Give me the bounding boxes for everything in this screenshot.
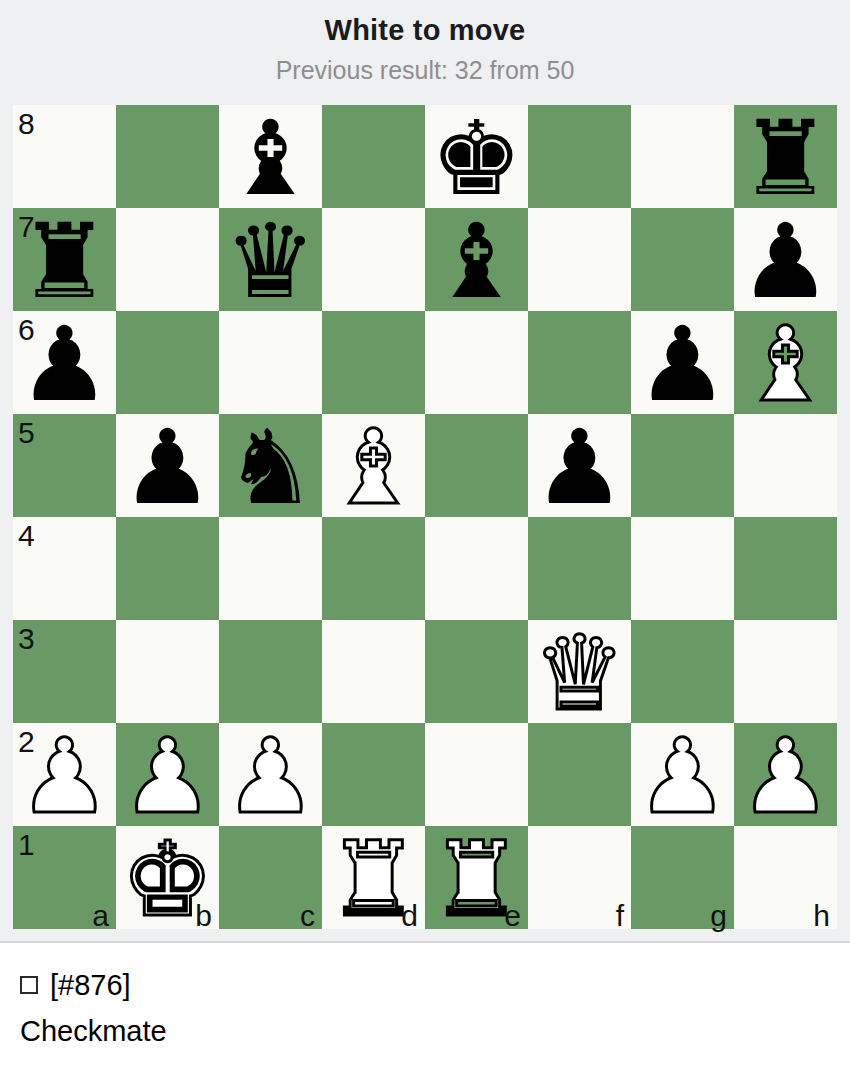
square-a6[interactable]: 6♟	[13, 311, 116, 414]
square-c5[interactable]: ♞	[219, 414, 322, 517]
square-c1[interactable]: c	[219, 826, 322, 929]
rank-label-4: 4	[18, 519, 35, 553]
square-c6[interactable]	[219, 311, 322, 414]
puzzle-number: [#876]	[50, 969, 131, 1002]
square-e4[interactable]	[425, 517, 528, 620]
square-b4[interactable]	[116, 517, 219, 620]
rank-label-1: 1	[18, 828, 35, 862]
piece-white-queen[interactable]: ♛	[528, 620, 631, 723]
task-line: [#876]	[20, 965, 850, 1005]
square-d1[interactable]: d♜	[322, 826, 425, 929]
file-label-f: f	[616, 899, 624, 933]
square-d8[interactable]	[322, 105, 425, 208]
piece-black-pawn[interactable]: ♟	[734, 208, 837, 311]
piece-black-knight[interactable]: ♞	[219, 414, 322, 517]
square-g3[interactable]	[631, 620, 734, 723]
chess-board: 8♝♚♜7♜♛♝♟6♟♟♝5♟♞♝♟43♛2♟♟♟♟♟1ab♚cd♜e♜fgh	[13, 105, 837, 929]
square-b8[interactable]	[116, 105, 219, 208]
square-e8[interactable]: ♚	[425, 105, 528, 208]
board-section: White to move Previous result: 32 from 5…	[0, 0, 850, 941]
square-f3[interactable]: ♛	[528, 620, 631, 723]
piece-black-bishop[interactable]: ♝	[219, 105, 322, 208]
square-f4[interactable]	[528, 517, 631, 620]
square-h1[interactable]: h	[734, 826, 837, 929]
square-e7[interactable]: ♝	[425, 208, 528, 311]
rank-label-3: 3	[18, 622, 35, 656]
square-d4[interactable]	[322, 517, 425, 620]
square-f2[interactable]	[528, 723, 631, 826]
square-g2[interactable]: ♟	[631, 723, 734, 826]
rank-label-7: 7	[18, 210, 35, 244]
square-d7[interactable]	[322, 208, 425, 311]
square-a7[interactable]: 7♜	[13, 208, 116, 311]
square-h5[interactable]	[734, 414, 837, 517]
square-f8[interactable]	[528, 105, 631, 208]
square-a8[interactable]: 8	[13, 105, 116, 208]
piece-white-pawn[interactable]: ♟	[734, 723, 837, 826]
piece-white-bishop[interactable]: ♝	[322, 414, 425, 517]
file-label-c: c	[300, 899, 315, 933]
square-a5[interactable]: 5	[13, 414, 116, 517]
piece-black-rook[interactable]: ♜	[734, 105, 837, 208]
square-h6[interactable]: ♝	[734, 311, 837, 414]
piece-white-pawn[interactable]: ♟	[219, 723, 322, 826]
square-d5[interactable]: ♝	[322, 414, 425, 517]
square-c2[interactable]: ♟	[219, 723, 322, 826]
square-g1[interactable]: g	[631, 826, 734, 929]
square-b2[interactable]: ♟	[116, 723, 219, 826]
file-label-b: b	[195, 899, 212, 933]
square-h3[interactable]	[734, 620, 837, 723]
page-title: White to move	[0, 14, 850, 47]
square-e6[interactable]	[425, 311, 528, 414]
piece-black-pawn[interactable]: ♟	[116, 414, 219, 517]
square-e3[interactable]	[425, 620, 528, 723]
square-c8[interactable]: ♝	[219, 105, 322, 208]
square-e1[interactable]: e♜	[425, 826, 528, 929]
rank-label-5: 5	[18, 416, 35, 450]
header: White to move Previous result: 32 from 5…	[0, 0, 850, 105]
square-h4[interactable]	[734, 517, 837, 620]
file-label-d: d	[401, 899, 418, 933]
rank-label-6: 6	[18, 313, 35, 347]
square-e5[interactable]	[425, 414, 528, 517]
square-b7[interactable]	[116, 208, 219, 311]
piece-white-bishop[interactable]: ♝	[734, 311, 837, 414]
piece-black-pawn[interactable]: ♟	[528, 414, 631, 517]
square-g7[interactable]	[631, 208, 734, 311]
square-g8[interactable]	[631, 105, 734, 208]
rank-label-2: 2	[18, 725, 35, 759]
square-g6[interactable]: ♟	[631, 311, 734, 414]
square-b5[interactable]: ♟	[116, 414, 219, 517]
square-f5[interactable]: ♟	[528, 414, 631, 517]
square-b6[interactable]	[116, 311, 219, 414]
square-b1[interactable]: b♚	[116, 826, 219, 929]
square-d6[interactable]	[322, 311, 425, 414]
piece-black-bishop[interactable]: ♝	[425, 208, 528, 311]
square-c7[interactable]: ♛	[219, 208, 322, 311]
square-d2[interactable]	[322, 723, 425, 826]
piece-white-pawn[interactable]: ♟	[116, 723, 219, 826]
square-f6[interactable]	[528, 311, 631, 414]
square-g4[interactable]	[631, 517, 734, 620]
piece-black-king[interactable]: ♚	[425, 105, 528, 208]
previous-result-text: Previous result: 32 from 50	[0, 56, 850, 85]
square-h8[interactable]: ♜	[734, 105, 837, 208]
file-label-g: g	[710, 899, 727, 933]
square-a4[interactable]: 4	[13, 517, 116, 620]
square-a2[interactable]: 2♟	[13, 723, 116, 826]
square-a1[interactable]: 1a	[13, 826, 116, 929]
file-label-a: a	[92, 899, 109, 933]
square-c3[interactable]	[219, 620, 322, 723]
square-a3[interactable]: 3	[13, 620, 116, 723]
square-b3[interactable]	[116, 620, 219, 723]
square-e2[interactable]	[425, 723, 528, 826]
square-c4[interactable]	[219, 517, 322, 620]
rank-label-8: 8	[18, 107, 35, 141]
footer: [#876] Checkmate	[0, 941, 850, 1077]
file-label-h: h	[813, 899, 830, 933]
piece-white-pawn[interactable]: ♟	[631, 723, 734, 826]
square-d3[interactable]	[322, 620, 425, 723]
square-h7[interactable]: ♟	[734, 208, 837, 311]
file-label-e: e	[504, 899, 521, 933]
square-h2[interactable]: ♟	[734, 723, 837, 826]
white-to-move-icon	[20, 976, 38, 994]
square-f1[interactable]: f	[528, 826, 631, 929]
square-g5[interactable]	[631, 414, 734, 517]
task-name: Checkmate	[20, 1011, 850, 1051]
square-f7[interactable]	[528, 208, 631, 311]
piece-black-queen[interactable]: ♛	[219, 208, 322, 311]
piece-black-pawn[interactable]: ♟	[631, 311, 734, 414]
